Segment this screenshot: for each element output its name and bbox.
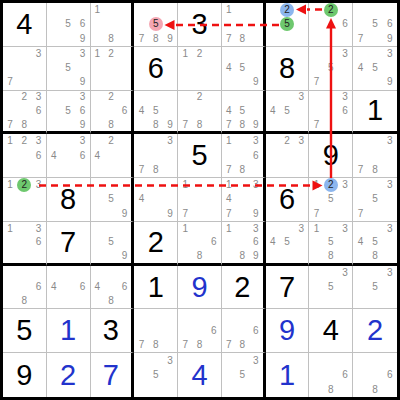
candidate-3: 3: [382, 222, 397, 236]
empty-candidate-slot: [47, 17, 61, 31]
cell-r5c3[interactable]: 59: [91, 178, 135, 222]
entered-digit: 4: [191, 361, 207, 390]
empty-candidate-slot: [338, 32, 352, 46]
cell-r5c9[interactable]: 357: [353, 178, 397, 222]
empty-candidate-slot: [382, 280, 397, 294]
highlighted-candidate-5-pink: 5: [149, 17, 163, 31]
candidate-6: 6: [382, 368, 397, 383]
empty-candidate-slot: [178, 91, 192, 105]
empty-candidate-slot: [61, 163, 75, 177]
given-digit: 4: [323, 316, 339, 345]
cell-r8c4[interactable]: 78: [134, 309, 178, 353]
cell-r6c5[interactable]: 168: [178, 222, 222, 266]
candidate-slot-5: 5: [149, 17, 163, 31]
empty-candidate-slot: [149, 192, 163, 206]
empty-candidate-slot: [338, 353, 352, 368]
empty-candidate-slot: [91, 91, 105, 105]
empty-candidate-slot: [309, 61, 323, 75]
empty-candidate-slot: [294, 118, 308, 132]
cell-r5c6[interactable]: 13479: [222, 178, 266, 222]
cell-r8c3[interactable]: 3: [91, 309, 135, 353]
candidate-grid: 357: [353, 178, 397, 221]
empty-candidate-slot: [104, 3, 118, 17]
cell-r3c2[interactable]: 3569: [47, 91, 91, 135]
candidate-1: 1: [309, 178, 323, 192]
empty-candidate-slot: [324, 47, 338, 61]
candidate-3: 3: [249, 134, 263, 148]
entered-digit: 1: [60, 316, 76, 345]
empty-candidate-slot: [163, 368, 177, 383]
empty-candidate-slot: [368, 134, 383, 148]
cell-r5c8[interactable]: 12357: [309, 178, 353, 222]
empty-candidate-slot: [294, 235, 308, 249]
given-digit: 7: [60, 228, 76, 257]
empty-candidate-slot: [3, 149, 17, 163]
empty-candidate-slot: [91, 32, 105, 46]
cell-r2c9[interactable]: 3459: [353, 47, 397, 91]
cell-r4c1[interactable]: 1236: [3, 134, 47, 178]
candidate-1: 1: [222, 178, 236, 192]
empty-candidate-slot: [47, 91, 61, 105]
candidate-4: 4: [222, 61, 236, 75]
candidate-8: 8: [192, 249, 206, 263]
empty-candidate-slot: [134, 134, 148, 148]
cell-r9c8[interactable]: 68: [309, 353, 353, 397]
empty-candidate-slot: [222, 324, 236, 338]
candidate-2: 2: [192, 91, 206, 105]
empty-candidate-slot: [75, 61, 89, 75]
candidate-grid: 5679: [353, 3, 397, 46]
cell-r1c7[interactable]: 25: [266, 3, 310, 47]
cell-r2c7[interactable]: 8: [266, 47, 310, 91]
empty-candidate-slot: [338, 61, 352, 75]
empty-candidate-slot: [91, 75, 105, 89]
empty-candidate-slot: [280, 149, 294, 163]
empty-candidate-slot: [75, 266, 89, 280]
candidate-grid: 68: [353, 353, 397, 397]
cell-r3c8[interactable]: 367: [309, 91, 353, 135]
given-digit: 1: [367, 96, 383, 125]
candidate-grid: 59: [91, 178, 132, 221]
empty-candidate-slot: [104, 104, 118, 118]
cell-r2c5[interactable]: 12: [178, 47, 222, 91]
candidate-6: 6: [32, 280, 46, 294]
empty-candidate-slot: [235, 382, 249, 397]
cell-r9c2[interactable]: 2: [47, 353, 91, 397]
empty-candidate-slot: [104, 75, 118, 89]
empty-candidate-slot: [163, 309, 177, 323]
candidate-3: 3: [32, 222, 46, 236]
candidate-5: 5: [61, 61, 75, 75]
given-digit: 1: [148, 273, 164, 302]
cell-r4c9[interactable]: 378: [353, 134, 397, 178]
empty-candidate-slot: [235, 324, 249, 338]
empty-candidate-slot: [163, 338, 177, 352]
empty-candidate-slot: [118, 178, 132, 192]
empty-candidate-slot: [163, 91, 177, 105]
cell-r9c1[interactable]: 9: [3, 353, 47, 397]
cell-r1c2[interactable]: 569: [47, 3, 91, 47]
candidate-8: 8: [17, 294, 31, 308]
cell-r8c2[interactable]: 1: [47, 309, 91, 353]
empty-candidate-slot: [91, 235, 105, 249]
candidate-grid: 13479: [222, 178, 263, 221]
empty-candidate-slot: [235, 47, 249, 61]
candidate-grid: 1358: [309, 222, 352, 263]
given-digit: 5: [16, 316, 32, 345]
empty-candidate-slot: [149, 3, 163, 17]
candidate-2: 2: [104, 134, 118, 148]
cell-r1c3[interactable]: 18: [91, 3, 135, 47]
empty-candidate-slot: [134, 178, 148, 192]
cell-r7c4[interactable]: 1: [134, 266, 178, 310]
cell-r7c5[interactable]: 9: [178, 266, 222, 310]
candidate-8: 8: [192, 338, 206, 352]
cell-r8c7[interactable]: 9: [266, 309, 310, 353]
cell-r6c2[interactable]: 7: [47, 222, 91, 266]
highlighted-candidate-2-blue: 2: [324, 178, 338, 192]
cell-r7c1[interactable]: 68: [3, 266, 47, 310]
cell-r3c7[interactable]: 345: [266, 91, 310, 135]
empty-candidate-slot: [338, 280, 352, 294]
empty-candidate-slot: [207, 91, 221, 105]
cell-r6c6[interactable]: 13689: [222, 222, 266, 266]
candidate-grid: 26: [309, 3, 352, 46]
empty-candidate-slot: [353, 3, 368, 17]
empty-candidate-slot: [91, 249, 105, 263]
cell-r4c2[interactable]: 346: [47, 134, 91, 178]
candidate-1: 1: [91, 47, 105, 61]
candidate-6: 6: [207, 324, 221, 338]
cell-r2c1[interactable]: 37: [3, 47, 47, 91]
empty-candidate-slot: [235, 192, 249, 206]
cell-r3c6[interactable]: 45789: [222, 91, 266, 135]
empty-candidate-slot: [382, 294, 397, 308]
empty-candidate-slot: [118, 32, 132, 46]
candidate-3: 3: [32, 47, 46, 61]
empty-candidate-slot: [32, 118, 46, 132]
candidate-grid: 346: [47, 134, 90, 177]
cell-r1c1[interactable]: 4: [3, 3, 47, 47]
sudoku-board: 4569185789317825265679373591261245983573…: [0, 0, 400, 400]
cell-r5c1[interactable]: 123: [3, 178, 47, 222]
empty-candidate-slot: [353, 192, 368, 206]
empty-candidate-slot: [61, 294, 75, 308]
empty-candidate-slot: [17, 163, 31, 177]
candidate-7: 7: [353, 163, 368, 177]
empty-candidate-slot: [368, 207, 383, 221]
cell-r7c9[interactable]: 35: [353, 266, 397, 310]
empty-candidate-slot: [338, 249, 352, 263]
empty-candidate-slot: [207, 249, 221, 263]
empty-candidate-slot: [3, 266, 17, 280]
empty-candidate-slot: [134, 382, 148, 397]
cell-r7c7[interactable]: 7: [266, 266, 310, 310]
candidate-9: 9: [249, 207, 263, 221]
cell-r2c3[interactable]: 12: [91, 47, 135, 91]
empty-candidate-slot: [324, 294, 338, 308]
cell-r6c1[interactable]: 136: [3, 222, 47, 266]
candidate-2: 2: [280, 134, 294, 148]
candidate-9: 9: [163, 118, 177, 132]
cell-r8c5[interactable]: 678: [178, 309, 222, 353]
candidate-4: 4: [91, 149, 105, 163]
empty-candidate-slot: [324, 17, 338, 31]
candidate-5: 5: [61, 104, 75, 118]
candidate-1: 1: [178, 178, 192, 192]
empty-candidate-slot: [118, 47, 132, 61]
empty-candidate-slot: [222, 353, 236, 368]
empty-candidate-slot: [163, 3, 177, 17]
candidate-5: 5: [235, 61, 249, 75]
cell-r7c3[interactable]: 468: [91, 266, 135, 310]
candidate-6: 6: [338, 368, 352, 383]
cell-r1c4[interactable]: 5789: [134, 3, 178, 47]
cell-r6c7[interactable]: 345: [266, 222, 310, 266]
empty-candidate-slot: [104, 61, 118, 75]
given-digit: 3: [191, 10, 207, 39]
empty-candidate-slot: [61, 134, 75, 148]
empty-candidate-slot: [32, 61, 46, 75]
empty-candidate-slot: [192, 235, 206, 249]
cell-r4c5[interactable]: 5: [178, 134, 222, 178]
empty-candidate-slot: [249, 163, 263, 177]
candidate-grid: 12357: [309, 178, 352, 221]
candidate-8: 8: [149, 118, 163, 132]
candidate-grid: 268: [91, 91, 132, 132]
cell-r2c4[interactable]: 6: [134, 47, 178, 91]
empty-candidate-slot: [249, 47, 263, 61]
empty-candidate-slot: [280, 91, 294, 105]
cell-r5c7[interactable]: 6: [266, 178, 310, 222]
empty-candidate-slot: [353, 353, 368, 368]
candidate-3: 3: [382, 178, 397, 192]
empty-candidate-slot: [104, 17, 118, 31]
cell-r3c4[interactable]: 4589: [134, 91, 178, 135]
candidate-7: 7: [134, 32, 148, 46]
entered-digit: 2: [367, 316, 383, 345]
cell-r2c8[interactable]: 357: [309, 47, 353, 91]
candidate-grid: 278: [178, 91, 221, 132]
cell-r9c4[interactable]: 35: [134, 353, 178, 397]
cell-r1c5[interactable]: 3: [178, 3, 222, 47]
empty-candidate-slot: [309, 368, 323, 383]
candidate-grid: 168: [178, 222, 221, 263]
candidate-3: 3: [294, 222, 308, 236]
empty-candidate-slot: [32, 192, 46, 206]
cell-r7c8[interactable]: 35: [309, 266, 353, 310]
empty-candidate-slot: [17, 104, 31, 118]
empty-candidate-slot: [3, 104, 17, 118]
empty-candidate-slot: [235, 149, 249, 163]
candidate-5: 5: [324, 61, 338, 75]
empty-candidate-slot: [324, 266, 338, 280]
empty-candidate-slot: [382, 163, 397, 177]
cell-r8c8[interactable]: 4: [309, 309, 353, 353]
empty-candidate-slot: [222, 309, 236, 323]
candidate-4: 4: [47, 149, 61, 163]
candidate-6: 6: [118, 104, 132, 118]
candidate-1: 1: [222, 3, 236, 17]
candidate-8: 8: [324, 382, 338, 397]
candidate-grid: 23678: [3, 91, 46, 132]
cell-r9c7[interactable]: 1: [266, 353, 310, 397]
empty-candidate-slot: [47, 104, 61, 118]
cell-r7c2[interactable]: 46: [47, 266, 91, 310]
candidate-grid: 23: [266, 134, 309, 177]
empty-candidate-slot: [207, 309, 221, 323]
empty-candidate-slot: [368, 222, 383, 236]
candidate-1: 1: [222, 134, 236, 148]
empty-candidate-slot: [91, 104, 105, 118]
empty-candidate-slot: [91, 17, 105, 31]
candidate-grid: 569: [47, 3, 90, 46]
empty-candidate-slot: [382, 353, 397, 368]
cell-r1c8[interactable]: 26: [309, 3, 353, 47]
cell-r6c4[interactable]: 2: [134, 222, 178, 266]
cell-r4c3[interactable]: 24: [91, 134, 135, 178]
candidate-9: 9: [249, 75, 263, 89]
candidate-grid: 3569: [47, 91, 90, 132]
empty-candidate-slot: [324, 118, 338, 132]
cell-r5c4[interactable]: 49: [134, 178, 178, 222]
cell-r6c3[interactable]: 59: [91, 222, 135, 266]
cell-r4c6[interactable]: 13678: [222, 134, 266, 178]
empty-candidate-slot: [338, 75, 352, 89]
cell-r5c2[interactable]: 8: [47, 178, 91, 222]
empty-candidate-slot: [249, 309, 263, 323]
empty-candidate-slot: [91, 134, 105, 148]
cell-r9c5[interactable]: 4: [178, 353, 222, 397]
candidate-8: 8: [104, 118, 118, 132]
empty-candidate-slot: [353, 134, 368, 148]
cell-r5c5[interactable]: 17: [178, 178, 222, 222]
empty-candidate-slot: [338, 3, 352, 17]
empty-candidate-slot: [294, 249, 308, 263]
empty-candidate-slot: [118, 222, 132, 236]
cell-r8c1[interactable]: 5: [3, 309, 47, 353]
candidate-grid: 468: [91, 266, 132, 309]
candidate-7: 7: [134, 338, 148, 352]
empty-candidate-slot: [353, 17, 368, 31]
cell-r6c9[interactable]: 3458: [353, 222, 397, 266]
empty-candidate-slot: [353, 294, 368, 308]
empty-candidate-slot: [368, 32, 383, 46]
empty-candidate-slot: [235, 222, 249, 236]
empty-candidate-slot: [294, 163, 308, 177]
candidate-7: 7: [222, 163, 236, 177]
empty-candidate-slot: [178, 324, 192, 338]
empty-candidate-slot: [149, 324, 163, 338]
empty-candidate-slot: [338, 118, 352, 132]
empty-candidate-slot: [338, 235, 352, 249]
cell-r6c8[interactable]: 1358: [309, 222, 353, 266]
cell-r9c3[interactable]: 7: [91, 353, 135, 397]
cell-r8c9[interactable]: 2: [353, 309, 397, 353]
cell-r1c9[interactable]: 5679: [353, 3, 397, 47]
empty-candidate-slot: [309, 47, 323, 61]
empty-candidate-slot: [207, 61, 221, 75]
cell-r9c9[interactable]: 68: [353, 353, 397, 397]
empty-candidate-slot: [118, 61, 132, 75]
empty-candidate-slot: [75, 294, 89, 308]
empty-candidate-slot: [249, 3, 263, 17]
candidate-4: 4: [266, 104, 280, 118]
empty-candidate-slot: [47, 134, 61, 148]
candidate-grid: 359: [47, 47, 90, 90]
candidate-grid: 3459: [353, 47, 397, 90]
empty-candidate-slot: [338, 294, 352, 308]
cell-r3c5[interactable]: 278: [178, 91, 222, 135]
cell-r3c9[interactable]: 1: [353, 91, 397, 135]
empty-candidate-slot: [280, 32, 294, 46]
candidate-4: 4: [353, 235, 368, 249]
empty-candidate-slot: [353, 382, 368, 397]
empty-candidate-slot: [47, 163, 61, 177]
cell-r3c3[interactable]: 268: [91, 91, 135, 135]
candidate-8: 8: [235, 118, 249, 132]
candidate-5: 5: [368, 192, 383, 206]
empty-candidate-slot: [222, 75, 236, 89]
empty-candidate-slot: [235, 91, 249, 105]
empty-candidate-slot: [163, 192, 177, 206]
candidate-5: 5: [368, 280, 383, 294]
cell-r2c6[interactable]: 459: [222, 47, 266, 91]
cell-r8c6[interactable]: 678: [222, 309, 266, 353]
cell-r4c7[interactable]: 23: [266, 134, 310, 178]
candidate-9: 9: [75, 75, 89, 89]
candidate-3: 3: [338, 91, 352, 105]
candidate-1: 1: [222, 222, 236, 236]
empty-candidate-slot: [104, 266, 118, 280]
candidate-4: 4: [47, 280, 61, 294]
candidate-8: 8: [104, 32, 118, 46]
empty-candidate-slot: [382, 149, 397, 163]
cell-r9c6[interactable]: 35: [222, 353, 266, 397]
empty-candidate-slot: [61, 91, 75, 105]
empty-candidate-slot: [118, 91, 132, 105]
cell-r4c4[interactable]: 378: [134, 134, 178, 178]
candidate-3: 3: [163, 134, 177, 148]
empty-candidate-slot: [280, 249, 294, 263]
empty-candidate-slot: [32, 75, 46, 89]
empty-candidate-slot: [324, 32, 338, 46]
empty-candidate-slot: [207, 207, 221, 221]
cell-r7c6[interactable]: 2: [222, 266, 266, 310]
empty-candidate-slot: [382, 192, 397, 206]
empty-candidate-slot: [47, 118, 61, 132]
empty-candidate-slot: [368, 266, 383, 280]
candidate-3: 3: [32, 134, 46, 148]
candidate-6: 6: [249, 324, 263, 338]
cell-r4c8[interactable]: 9: [309, 134, 353, 178]
empty-candidate-slot: [235, 3, 249, 17]
empty-candidate-slot: [3, 61, 17, 75]
empty-candidate-slot: [235, 134, 249, 148]
cell-r3c1[interactable]: 23678: [3, 91, 47, 135]
candidate-7: 7: [222, 32, 236, 46]
candidate-1: 1: [178, 222, 192, 236]
empty-candidate-slot: [309, 294, 323, 308]
empty-candidate-slot: [47, 47, 61, 61]
cell-r2c2[interactable]: 359: [47, 47, 91, 91]
candidate-7: 7: [353, 207, 368, 221]
empty-candidate-slot: [61, 118, 75, 132]
empty-candidate-slot: [192, 222, 206, 236]
empty-candidate-slot: [309, 266, 323, 280]
cell-r1c6[interactable]: 178: [222, 3, 266, 47]
empty-candidate-slot: [207, 222, 221, 236]
